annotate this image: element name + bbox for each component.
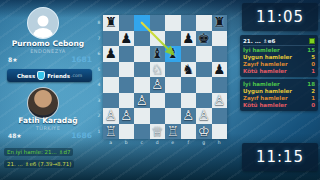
square-f5[interactable]: ♞ [181, 62, 197, 78]
square-a2[interactable]: ♙ [103, 108, 119, 124]
square-g5[interactable] [196, 62, 212, 78]
square-e3[interactable] [165, 93, 181, 109]
square-c3[interactable]: ♙ [134, 93, 150, 109]
top-player-clock: 11:05 [242, 3, 318, 31]
square-d3[interactable] [150, 93, 166, 109]
piece-♟-a6[interactable]: ♟ [103, 46, 119, 62]
stat-label: Kötü hamleler [243, 102, 287, 109]
last-move-header: 21. ... ♗e6 [243, 37, 315, 46]
top-player-country: ENDONEZYA [0, 48, 98, 54]
move-quality-indicator [309, 38, 315, 44]
square-b8[interactable] [119, 15, 135, 31]
stat-value: 1 [311, 95, 315, 102]
square-d6[interactable]: ♝ [150, 46, 166, 62]
stat-value: 0 [311, 102, 315, 109]
square-a8[interactable]: ♜ [103, 15, 119, 31]
rank-label-8: 8 [95, 15, 103, 31]
square-h2[interactable] [212, 108, 228, 124]
square-f4[interactable] [181, 77, 197, 93]
file-label-e: e [165, 139, 181, 146]
rank-label-7: 7 [95, 31, 103, 47]
stat-label: Uygun hamleler [243, 54, 292, 61]
square-c6[interactable] [134, 46, 150, 62]
file-label-a: a [103, 139, 119, 146]
piece-♜-h8[interactable]: ♜ [212, 15, 228, 31]
chessfriends-logo: Chess Friends .com [7, 69, 92, 82]
square-h3[interactable]: ♙ [212, 93, 228, 109]
square-c7[interactable] [134, 31, 150, 47]
piece-♖-a1[interactable]: ♖ [103, 124, 119, 140]
stat-row: Uygun hamleler2 [243, 88, 315, 95]
square-f3[interactable] [181, 93, 197, 109]
square-d1[interactable]: ♕ [150, 124, 166, 140]
square-e4[interactable] [165, 77, 181, 93]
square-e2[interactable] [165, 108, 181, 124]
logo-text-friends: Friends [47, 73, 70, 79]
top-player-stars: 8★ [8, 56, 18, 63]
square-c8[interactable] [134, 15, 150, 31]
logo-text-chess: Chess [17, 73, 35, 79]
stat-value: 18 [307, 81, 315, 88]
square-g7[interactable]: ♚ [196, 31, 212, 47]
square-h7[interactable] [212, 31, 228, 47]
bottom-player-clock: 11:15 [242, 143, 318, 171]
piece-♟-b7[interactable]: ♟ [119, 31, 135, 47]
square-a7[interactable] [103, 31, 119, 47]
square-f7[interactable]: ♟ [181, 31, 197, 47]
square-g4[interactable] [196, 77, 212, 93]
square-b6[interactable] [119, 46, 135, 62]
square-g3[interactable] [196, 93, 212, 109]
bottom-player-stars: 48★ [8, 132, 22, 139]
square-g6[interactable] [196, 46, 212, 62]
piece-♙-c3[interactable]: ♙ [134, 93, 150, 109]
square-b5[interactable] [119, 62, 135, 78]
file-labels: abcdefgh [103, 139, 227, 146]
bottom-player-meta: 48★ 1686 [8, 131, 92, 140]
stat-row: Uygun hamleler5 [243, 54, 315, 61]
square-f2[interactable]: ♙ [181, 108, 197, 124]
stat-label: İyi hamleler [243, 47, 280, 54]
rank-label-5: 5 [95, 62, 103, 78]
stat-label: Uygun hamleler [243, 88, 292, 95]
piece-♙-f2[interactable]: ♙ [181, 108, 197, 124]
piece-♕-d1[interactable]: ♕ [150, 124, 166, 140]
square-d7[interactable] [150, 31, 166, 47]
best-move-note: En iyi hamle: 21... ♗d7 [4, 148, 73, 156]
square-a3[interactable] [103, 93, 119, 109]
square-g2[interactable]: ♙ [196, 108, 212, 124]
rank-label-6: 6 [95, 46, 103, 62]
stat-row: Kötü hamleler1 [243, 68, 315, 75]
bottom-player-rating: 1686 [71, 131, 92, 140]
square-d5[interactable]: ♘ [150, 62, 166, 78]
rank-label-2: 2 [95, 108, 103, 124]
file-label-b: b [119, 139, 135, 146]
stat-label: İyi hamleler [243, 81, 280, 88]
square-b7[interactable]: ♟ [119, 31, 135, 47]
rank-label-1: 1 [95, 124, 103, 140]
square-f1[interactable] [181, 124, 197, 140]
piece-♝-d6[interactable]: ♝ [150, 46, 166, 62]
piece-♟-f7[interactable]: ♟ [181, 31, 197, 47]
square-b2[interactable]: ♙ [119, 108, 135, 124]
square-b1[interactable] [119, 124, 135, 140]
square-d2[interactable] [150, 108, 166, 124]
piece-♝-e6[interactable]: ♝ [165, 46, 181, 62]
piece-♘-d5[interactable]: ♘ [150, 62, 166, 78]
stat-value: 0 [311, 61, 315, 68]
square-e5[interactable] [165, 62, 181, 78]
person-icon [29, 12, 57, 38]
stat-label: Zayıf hamleler [243, 95, 288, 102]
piece-♙-h3[interactable]: ♙ [212, 93, 228, 109]
square-d8[interactable] [150, 15, 166, 31]
square-a4[interactable] [103, 77, 119, 93]
square-e6[interactable]: ♝ [165, 46, 181, 62]
logo-text-suffix: .com [71, 73, 82, 78]
square-a5[interactable] [103, 62, 119, 78]
square-b4[interactable] [119, 77, 135, 93]
square-g1[interactable]: ♔ [196, 124, 212, 140]
stat-value: 1 [311, 68, 315, 75]
stat-label: Kötü hamleler [243, 68, 287, 75]
square-b3[interactable] [119, 93, 135, 109]
stat-row: Kötü hamleler0 [243, 102, 315, 109]
stat-value: 5 [311, 54, 315, 61]
played-move-note: 21. ... ♗e6 (7.39→8.71) [4, 160, 74, 168]
piece-♙-a2[interactable]: ♙ [103, 108, 119, 124]
piece-♜-a8[interactable]: ♜ [103, 15, 119, 31]
file-label-d: d [150, 139, 166, 146]
square-c4[interactable] [134, 77, 150, 93]
square-f8[interactable] [181, 15, 197, 31]
stat-label: Zayıf hamleler [243, 61, 288, 68]
square-h5[interactable]: ♟ [212, 62, 228, 78]
square-h6[interactable] [212, 46, 228, 62]
stat-value: 2 [311, 88, 315, 95]
square-h8[interactable]: ♜ [212, 15, 228, 31]
bottom-player-stats-panel: İyi hamleler18Uygun hamleler2Zayıf hamle… [240, 79, 318, 111]
stat-row: İyi hamleler18 [243, 81, 315, 88]
rank-labels: 87654321 [95, 15, 103, 139]
avatar-bottom-player [27, 87, 59, 119]
last-move-label: 21. ... ♗e6 [243, 37, 275, 45]
file-label-h: h [212, 139, 228, 146]
stat-row: İyi hamleler15 [243, 47, 315, 54]
rank-label-3: 3 [95, 93, 103, 109]
square-h4[interactable] [212, 77, 228, 93]
square-e8[interactable] [165, 15, 181, 31]
square-c1[interactable] [134, 124, 150, 140]
piece-♚-g7[interactable]: ♚ [196, 31, 212, 47]
file-label-g: g [196, 139, 212, 146]
app-window: Purnomo Cebong ENDONEZYA 8★ 1681 Chess F… [0, 0, 320, 180]
chess-board[interactable]: ♜♜♟♟♚♟♝♝♘♞♟♙♙♙♙♙♙♙♖♕♖♔ [103, 15, 227, 139]
stat-row: Zayıf hamleler1 [243, 95, 315, 102]
square-e7[interactable] [165, 31, 181, 47]
top-player-stats-panel: 21. ... ♗e6 İyi hamleler15Uygun hamleler… [240, 35, 318, 77]
top-player-name: Purnomo Cebong [0, 39, 98, 48]
bottom-player-name: Fatih Karadağ [0, 116, 98, 125]
rank-label-4: 4 [95, 77, 103, 93]
piece-♙-g2[interactable]: ♙ [196, 108, 212, 124]
file-label-f: f [181, 139, 197, 146]
top-player-meta: 8★ 1681 [8, 55, 92, 64]
square-e1[interactable]: ♖ [165, 124, 181, 140]
file-label-c: c [134, 139, 150, 146]
square-f6[interactable] [181, 46, 197, 62]
piece-♞-f5[interactable]: ♞ [181, 62, 197, 78]
stat-row: Zayıf hamleler0 [243, 61, 315, 68]
square-a6[interactable]: ♟ [103, 46, 119, 62]
avatar-top-player [27, 7, 59, 39]
square-h1[interactable] [212, 124, 228, 140]
piece-♟-h5[interactable]: ♟ [212, 62, 228, 78]
piece-♙-d4[interactable]: ♙ [150, 77, 166, 93]
piece-♖-e1[interactable]: ♖ [165, 124, 181, 140]
square-d4[interactable]: ♙ [150, 77, 166, 93]
square-c5[interactable] [134, 62, 150, 78]
piece-♔-g1[interactable]: ♔ [196, 124, 212, 140]
stat-value: 15 [307, 47, 315, 54]
shield-icon [37, 71, 45, 80]
top-player-rating: 1681 [71, 55, 92, 64]
piece-♙-b2[interactable]: ♙ [119, 108, 135, 124]
square-c2[interactable] [134, 108, 150, 124]
square-g8[interactable] [196, 15, 212, 31]
square-a1[interactable]: ♖ [103, 124, 119, 140]
